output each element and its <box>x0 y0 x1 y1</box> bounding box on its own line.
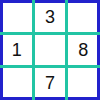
cell-r2c1[interactable]: 7 <box>33 67 66 100</box>
puzzle-grid: 3 1 8 7 <box>0 0 100 100</box>
cell-r2c0[interactable] <box>0 67 33 100</box>
cell-r0c0[interactable] <box>0 0 33 33</box>
cell-r1c1[interactable] <box>33 33 66 66</box>
cell-r0c2[interactable] <box>67 0 100 33</box>
cell-r2c2[interactable] <box>67 67 100 100</box>
puzzle-board: 3 1 8 7 <box>0 0 100 100</box>
cell-r1c2[interactable]: 8 <box>67 33 100 66</box>
cell-r1c0[interactable]: 1 <box>0 33 33 66</box>
cell-r0c1[interactable]: 3 <box>33 0 66 33</box>
